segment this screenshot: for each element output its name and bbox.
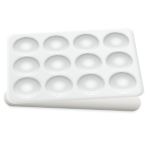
pit-r1c4[interactable] (102, 32, 131, 51)
pit-r1c3[interactable] (72, 33, 100, 52)
pit-r2c3[interactable] (74, 53, 103, 73)
board-cell-r1c4 (100, 31, 133, 52)
board-cell-r3c1 (11, 76, 44, 100)
board-cell-r1c2 (41, 34, 72, 55)
board-cell-r1c1 (11, 36, 42, 57)
board-cell-r2c2 (42, 53, 74, 75)
pit-r3c2[interactable] (45, 75, 74, 97)
board-cell-r1c3 (70, 33, 102, 54)
board-cell-r2c4 (103, 50, 137, 72)
pit-r3c1[interactable] (13, 76, 41, 98)
board-cell-r3c4 (105, 70, 140, 93)
pit-r1c2[interactable] (43, 35, 70, 54)
pit-r2c1[interactable] (13, 56, 41, 77)
board-cell-r3c2 (43, 74, 76, 98)
pit-r2c2[interactable] (44, 54, 72, 75)
scene-background (0, 0, 150, 150)
pit-r2c4[interactable] (105, 51, 135, 71)
board-cell-r2c1 (11, 55, 43, 77)
pit-r3c4[interactable] (107, 71, 138, 93)
pit-r1c1[interactable] (13, 36, 40, 55)
board-cell-r3c3 (74, 72, 108, 95)
mancala-board (7, 27, 146, 104)
board-cell-r2c3 (72, 52, 105, 74)
pit-r3c3[interactable] (76, 73, 106, 95)
pit-grid (7, 27, 146, 104)
